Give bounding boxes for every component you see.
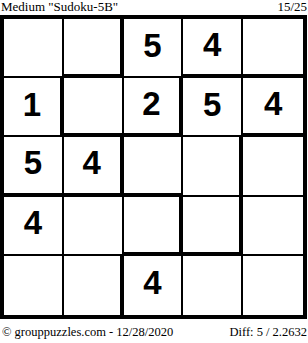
cell-r5c2[interactable]	[64, 256, 124, 315]
cell-r5c1[interactable]	[4, 256, 64, 315]
cell-r3c3[interactable]	[124, 137, 184, 196]
puzzle-title: Medium "Sudoku-5B"	[1, 0, 118, 14]
cell-r1c1[interactable]	[4, 19, 64, 78]
cell-r2c4[interactable]: 5	[183, 78, 243, 137]
difficulty-text: Diff: 5 / 2.2632	[229, 324, 307, 340]
page-footer: © grouppuzzles.com - 12/28/2020 Diff: 5 …	[2, 324, 307, 342]
cell-r3c4[interactable]	[183, 137, 243, 196]
sudoku-board: 5412545444	[0, 15, 307, 319]
cell-r2c1[interactable]: 1	[4, 78, 64, 137]
cell-r5c4[interactable]	[183, 256, 243, 315]
cell-r3c2[interactable]: 4	[64, 137, 124, 196]
puzzle-counter: 15/25	[277, 0, 307, 14]
cell-r2c2[interactable]	[64, 78, 124, 137]
cell-r4c1[interactable]: 4	[4, 197, 64, 256]
cell-r5c3[interactable]: 4	[124, 256, 184, 315]
cell-r3c5[interactable]	[243, 137, 303, 196]
cell-r2c5[interactable]: 4	[243, 78, 303, 137]
cell-r1c2[interactable]	[64, 19, 124, 78]
cell-r1c5[interactable]	[243, 19, 303, 78]
copyright-text: © grouppuzzles.com - 12/28/2020	[2, 324, 173, 340]
cell-r2c3[interactable]: 2	[124, 78, 184, 137]
cell-r3c1[interactable]: 5	[4, 137, 64, 196]
cell-r4c4[interactable]	[183, 197, 243, 256]
cell-r1c4[interactable]: 4	[183, 19, 243, 78]
puzzle-page: Medium "Sudoku-5B" 15/25 5412545444 © gr…	[0, 0, 308, 343]
cell-r4c3[interactable]	[124, 197, 184, 256]
cell-r4c2[interactable]	[64, 197, 124, 256]
cell-r5c5[interactable]	[243, 256, 303, 315]
cell-r1c3[interactable]: 5	[124, 19, 184, 78]
page-header: Medium "Sudoku-5B" 15/25	[1, 0, 307, 14]
cell-r4c5[interactable]	[243, 197, 303, 256]
